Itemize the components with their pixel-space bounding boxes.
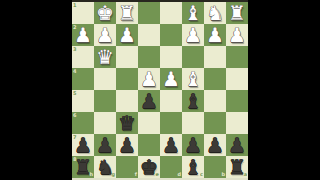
- square-e4[interactable]: ♟: [138, 68, 160, 90]
- white-pawn: ♟: [184, 25, 202, 45]
- square-e8[interactable]: e♚: [138, 156, 160, 178]
- square-a1[interactable]: ♜: [226, 2, 248, 24]
- letterbox-right: [248, 0, 320, 180]
- square-g2[interactable]: ♟: [94, 24, 116, 46]
- square-b3[interactable]: [204, 46, 226, 68]
- square-b4[interactable]: [204, 68, 226, 90]
- square-d2[interactable]: [160, 24, 182, 46]
- rank-label-6: 6: [73, 113, 76, 118]
- white-bishop: ♝: [184, 3, 202, 23]
- square-f3[interactable]: [116, 46, 138, 68]
- white-pawn: ♟: [140, 69, 158, 89]
- square-g5[interactable]: [94, 90, 116, 112]
- square-e5[interactable]: ♟: [138, 90, 160, 112]
- white-pawn: ♟: [162, 69, 180, 89]
- square-c7[interactable]: ♟: [182, 134, 204, 156]
- square-e6[interactable]: [138, 112, 160, 134]
- white-pawn: ♟: [96, 25, 114, 45]
- white-queen: ♛: [96, 47, 114, 67]
- rank-label-5: 5: [73, 91, 76, 96]
- black-pawn: ♟: [228, 135, 246, 155]
- square-b6[interactable]: [204, 112, 226, 134]
- square-f5[interactable]: [116, 90, 138, 112]
- square-g1[interactable]: ♚: [94, 2, 116, 24]
- black-pawn: ♟: [206, 135, 224, 155]
- square-g4[interactable]: [94, 68, 116, 90]
- square-a4[interactable]: [226, 68, 248, 90]
- square-d6[interactable]: [160, 112, 182, 134]
- square-f1[interactable]: ♜: [116, 2, 138, 24]
- square-g3[interactable]: ♛: [94, 46, 116, 68]
- square-a7[interactable]: ♟: [226, 134, 248, 156]
- white-king: ♚: [96, 3, 114, 23]
- square-g6[interactable]: [94, 112, 116, 134]
- letterbox-left: [0, 0, 72, 180]
- square-e3[interactable]: [138, 46, 160, 68]
- square-b8[interactable]: b: [204, 156, 226, 178]
- rank-label-4: 4: [73, 69, 76, 74]
- black-bishop: ♝: [184, 91, 202, 111]
- white-pawn: ♟: [206, 25, 224, 45]
- black-pawn: ♟: [184, 135, 202, 155]
- black-pawn: ♟: [140, 91, 158, 111]
- square-d7[interactable]: ♟: [160, 134, 182, 156]
- black-queen: ♛: [118, 113, 136, 133]
- square-b7[interactable]: ♟: [204, 134, 226, 156]
- square-e2[interactable]: [138, 24, 160, 46]
- file-label-g: g: [111, 172, 115, 177]
- square-d8[interactable]: d: [160, 156, 182, 178]
- chess-board: 1♚♜♝♞♜2♟♟♟♟♟♟3♛4♟♟♝5♟♝6♛7♟♟♟♟♟♟♟8h♜g♞fe♚…: [72, 2, 248, 178]
- square-b1[interactable]: ♞: [204, 2, 226, 24]
- square-f2[interactable]: ♟: [116, 24, 138, 46]
- square-f8[interactable]: f: [116, 156, 138, 178]
- file-label-d: d: [177, 172, 181, 177]
- square-c8[interactable]: c♝: [182, 156, 204, 178]
- square-a6[interactable]: [226, 112, 248, 134]
- rank-label-7: 7: [73, 135, 76, 140]
- square-e7[interactable]: [138, 134, 160, 156]
- square-h1[interactable]: 1: [72, 2, 94, 24]
- square-h4[interactable]: 4: [72, 68, 94, 90]
- square-c2[interactable]: ♟: [182, 24, 204, 46]
- square-h8[interactable]: 8h♜: [72, 156, 94, 178]
- white-pawn: ♟: [74, 25, 92, 45]
- square-d5[interactable]: [160, 90, 182, 112]
- square-c1[interactable]: ♝: [182, 2, 204, 24]
- square-f4[interactable]: [116, 68, 138, 90]
- video-frame: 1♚♜♝♞♜2♟♟♟♟♟♟3♛4♟♟♝5♟♝6♛7♟♟♟♟♟♟♟8h♜g♞fe♚…: [0, 0, 320, 180]
- square-b5[interactable]: [204, 90, 226, 112]
- square-c3[interactable]: [182, 46, 204, 68]
- square-a3[interactable]: [226, 46, 248, 68]
- file-label-h: h: [89, 172, 93, 177]
- black-pawn: ♟: [118, 135, 136, 155]
- white-rook: ♜: [118, 3, 136, 23]
- square-h2[interactable]: 2♟: [72, 24, 94, 46]
- square-g7[interactable]: ♟: [94, 134, 116, 156]
- square-b2[interactable]: ♟: [204, 24, 226, 46]
- square-d3[interactable]: [160, 46, 182, 68]
- rank-label-1: 1: [73, 3, 76, 8]
- black-pawn: ♟: [74, 135, 92, 155]
- square-c6[interactable]: [182, 112, 204, 134]
- white-bishop: ♝: [184, 69, 202, 89]
- file-label-b: b: [221, 172, 225, 177]
- rank-label-2: 2: [73, 25, 76, 30]
- square-f6[interactable]: ♛: [116, 112, 138, 134]
- black-pawn: ♟: [96, 135, 114, 155]
- square-h5[interactable]: 5: [72, 90, 94, 112]
- square-c4[interactable]: ♝: [182, 68, 204, 90]
- square-f7[interactable]: ♟: [116, 134, 138, 156]
- square-a5[interactable]: [226, 90, 248, 112]
- black-pawn: ♟: [162, 135, 180, 155]
- rank-label-8: 8: [73, 157, 76, 162]
- square-a2[interactable]: ♟: [226, 24, 248, 46]
- white-pawn: ♟: [228, 25, 246, 45]
- square-g8[interactable]: g♞: [94, 156, 116, 178]
- square-a8[interactable]: a♜: [226, 156, 248, 178]
- square-h7[interactable]: 7♟: [72, 134, 94, 156]
- square-e1[interactable]: [138, 2, 160, 24]
- rank-label-3: 3: [73, 47, 76, 52]
- square-h6[interactable]: 6: [72, 112, 94, 134]
- file-label-f: f: [135, 172, 137, 177]
- square-h3[interactable]: 3: [72, 46, 94, 68]
- white-knight: ♞: [206, 3, 224, 23]
- file-label-a: a: [244, 172, 247, 177]
- file-label-e: e: [156, 172, 159, 177]
- square-d4[interactable]: ♟: [160, 68, 182, 90]
- white-rook: ♜: [228, 3, 246, 23]
- white-pawn: ♟: [118, 25, 136, 45]
- square-d1[interactable]: [160, 2, 182, 24]
- square-c5[interactable]: ♝: [182, 90, 204, 112]
- file-label-c: c: [200, 172, 203, 177]
